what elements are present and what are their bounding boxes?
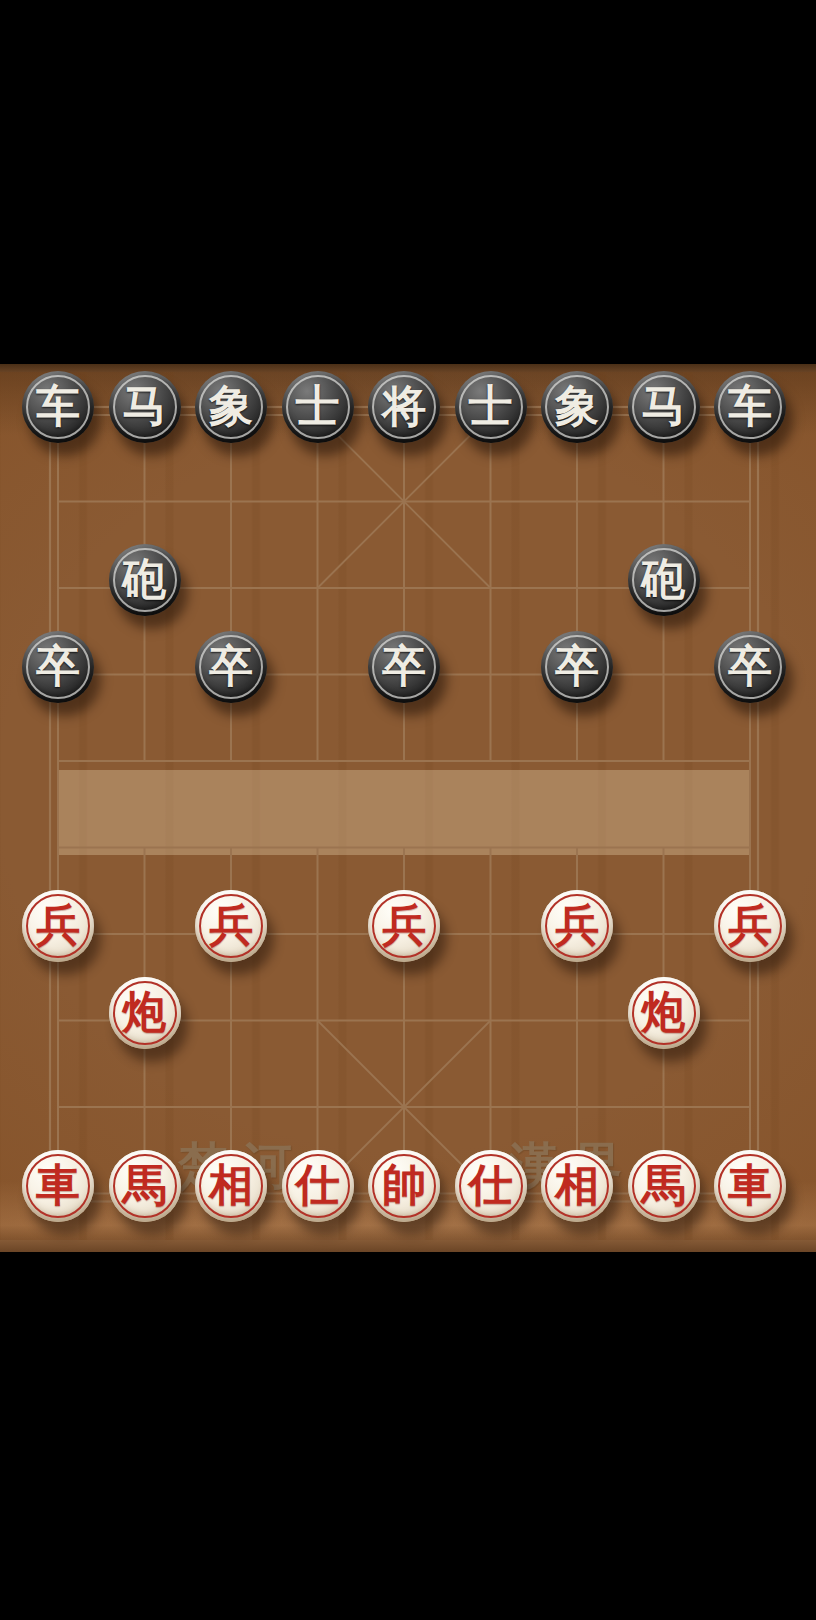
board-point: 帥: [361, 1150, 448, 1237]
piece-red-elephant[interactable]: 相: [195, 1150, 267, 1222]
piece-glyph: 兵: [209, 904, 253, 948]
piece-black-cannon[interactable]: 砲: [628, 544, 700, 616]
board-point: 士: [274, 372, 361, 459]
piece-black-advisor[interactable]: 士: [455, 371, 527, 443]
piece-red-elephant[interactable]: 相: [541, 1150, 613, 1222]
board-point: 車: [707, 1150, 794, 1237]
piece-red-chariot[interactable]: 車: [22, 1150, 94, 1222]
piece-glyph: 車: [728, 1164, 772, 1208]
piece-red-soldier[interactable]: 兵: [22, 890, 94, 962]
piece-glyph: 帥: [382, 1164, 426, 1208]
piece-black-cannon[interactable]: 砲: [109, 544, 181, 616]
board-point: 将: [361, 372, 448, 459]
piece-glyph: 士: [469, 385, 513, 429]
piece-red-horse[interactable]: 馬: [628, 1150, 700, 1222]
piece-glyph: 卒: [728, 645, 772, 689]
piece-glyph: 象: [209, 385, 253, 429]
board-point: 兵: [188, 891, 275, 978]
board-point: 象: [534, 372, 621, 459]
piece-glyph: 卒: [36, 645, 80, 689]
board-point: 炮: [101, 977, 188, 1064]
piece-glyph: 車: [36, 1164, 80, 1208]
board-point: 卒: [15, 631, 102, 718]
piece-glyph: 卒: [209, 645, 253, 689]
piece-red-advisor[interactable]: 仕: [282, 1150, 354, 1222]
piece-black-general[interactable]: 将: [368, 371, 440, 443]
piece-glyph: 士: [296, 385, 340, 429]
board-point: 相: [534, 1150, 621, 1237]
piece-glyph: 炮: [123, 991, 167, 1035]
board-point: 車: [15, 1150, 102, 1237]
board-point: 相: [188, 1150, 275, 1237]
piece-black-elephant[interactable]: 象: [195, 371, 267, 443]
piece-glyph: 砲: [642, 558, 686, 602]
board-point: 炮: [620, 977, 707, 1064]
board-point: 士: [447, 372, 534, 459]
piece-glyph: 象: [555, 385, 599, 429]
piece-black-soldier[interactable]: 卒: [22, 631, 94, 703]
board-point: 马: [620, 372, 707, 459]
piece-red-advisor[interactable]: 仕: [455, 1150, 527, 1222]
piece-glyph: 相: [555, 1164, 599, 1208]
piece-glyph: 将: [382, 385, 426, 429]
piece-glyph: 砲: [123, 558, 167, 602]
piece-glyph: 仕: [296, 1164, 340, 1208]
piece-glyph: 兵: [555, 904, 599, 948]
piece-red-chariot[interactable]: 車: [714, 1150, 786, 1222]
board-point: 卒: [707, 631, 794, 718]
board-point: 卒: [188, 631, 275, 718]
piece-glyph: 卒: [555, 645, 599, 689]
board-point: 仕: [447, 1150, 534, 1237]
piece-glyph: 兵: [382, 904, 426, 948]
piece-glyph: 仕: [469, 1164, 513, 1208]
piece-glyph: 兵: [36, 904, 80, 948]
piece-black-advisor[interactable]: 士: [282, 371, 354, 443]
piece-glyph: 马: [642, 385, 686, 429]
piece-black-soldier[interactable]: 卒: [368, 631, 440, 703]
piece-red-general[interactable]: 帥: [368, 1150, 440, 1222]
piece-black-soldier[interactable]: 卒: [714, 631, 786, 703]
board-point: 卒: [361, 631, 448, 718]
piece-glyph: 卒: [382, 645, 426, 689]
piece-black-elephant[interactable]: 象: [541, 371, 613, 443]
piece-red-cannon[interactable]: 炮: [109, 977, 181, 1049]
board-point: 马: [101, 372, 188, 459]
board-point: 兵: [707, 891, 794, 978]
phone-screen: 楚河 漢界 车马象士将士象马车砲砲卒卒卒卒卒兵兵兵兵兵炮炮車馬相仕帥仕相馬車: [0, 0, 816, 1620]
board-point: 兵: [15, 891, 102, 978]
board-point: 仕: [274, 1150, 361, 1237]
piece-black-horse[interactable]: 马: [628, 371, 700, 443]
piece-black-chariot[interactable]: 车: [714, 371, 786, 443]
piece-glyph: 馬: [123, 1164, 167, 1208]
piece-black-soldier[interactable]: 卒: [195, 631, 267, 703]
board-point: 象: [188, 372, 275, 459]
piece-black-chariot[interactable]: 车: [22, 371, 94, 443]
board-point: 卒: [534, 631, 621, 718]
piece-glyph: 馬: [642, 1164, 686, 1208]
piece-red-soldier[interactable]: 兵: [714, 890, 786, 962]
board-point: 车: [707, 372, 794, 459]
piece-glyph: 车: [36, 385, 80, 429]
board-point: 馬: [620, 1150, 707, 1237]
piece-glyph: 相: [209, 1164, 253, 1208]
piece-red-soldier[interactable]: 兵: [541, 890, 613, 962]
board-point: 馬: [101, 1150, 188, 1237]
piece-glyph: 车: [728, 385, 772, 429]
board-point: 兵: [361, 891, 448, 978]
board-point: 车: [15, 372, 102, 459]
piece-red-cannon[interactable]: 炮: [628, 977, 700, 1049]
board-point: 兵: [534, 891, 621, 978]
board-point: 砲: [101, 545, 188, 632]
piece-black-horse[interactable]: 马: [109, 371, 181, 443]
piece-red-soldier[interactable]: 兵: [368, 890, 440, 962]
piece-glyph: 马: [123, 385, 167, 429]
piece-black-soldier[interactable]: 卒: [541, 631, 613, 703]
piece-red-soldier[interactable]: 兵: [195, 890, 267, 962]
piece-grid[interactable]: 车马象士将士象马车砲砲卒卒卒卒卒兵兵兵兵兵炮炮車馬相仕帥仕相馬車: [15, 372, 794, 1237]
piece-glyph: 兵: [728, 904, 772, 948]
piece-glyph: 炮: [642, 991, 686, 1035]
piece-red-horse[interactable]: 馬: [109, 1150, 181, 1222]
board-point: 砲: [620, 545, 707, 632]
